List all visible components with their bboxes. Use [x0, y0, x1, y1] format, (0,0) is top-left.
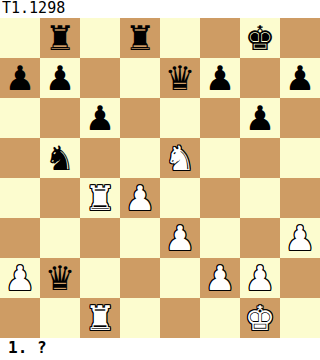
white-king: ♚ [245, 298, 275, 338]
square-f6[interactable] [200, 98, 240, 138]
square-e3[interactable]: ♟ [160, 218, 200, 258]
square-h2[interactable] [280, 258, 320, 298]
chess-puzzle-page: T1.1298 ♜♜♚♟♟♛♟♟♟♟♞♞♜♟♟♟♟♛♟♟♜♚ 1. ? [0, 0, 320, 360]
white-pawn: ♟ [205, 258, 235, 298]
square-e6[interactable] [160, 98, 200, 138]
square-e8[interactable] [160, 18, 200, 58]
square-f4[interactable] [200, 178, 240, 218]
square-e4[interactable] [160, 178, 200, 218]
puzzle-title: T1.1298 [0, 0, 320, 18]
square-g7[interactable] [240, 58, 280, 98]
black-king: ♚ [245, 18, 275, 58]
square-f8[interactable] [200, 18, 240, 58]
square-a3[interactable] [0, 218, 40, 258]
square-d6[interactable] [120, 98, 160, 138]
black-pawn: ♟ [45, 58, 75, 98]
square-c2[interactable] [80, 258, 120, 298]
square-c4[interactable]: ♜ [80, 178, 120, 218]
black-pawn: ♟ [285, 58, 315, 98]
square-a8[interactable] [0, 18, 40, 58]
square-b4[interactable] [40, 178, 80, 218]
square-e2[interactable] [160, 258, 200, 298]
square-d7[interactable] [120, 58, 160, 98]
square-h7[interactable]: ♟ [280, 58, 320, 98]
square-g4[interactable] [240, 178, 280, 218]
square-d3[interactable] [120, 218, 160, 258]
white-rook: ♜ [85, 298, 115, 338]
square-c5[interactable] [80, 138, 120, 178]
square-h4[interactable] [280, 178, 320, 218]
black-pawn: ♟ [205, 58, 235, 98]
square-a7[interactable]: ♟ [0, 58, 40, 98]
square-h6[interactable] [280, 98, 320, 138]
white-pawn: ♟ [285, 218, 315, 258]
white-pawn: ♟ [245, 258, 275, 298]
black-pawn: ♟ [245, 98, 275, 138]
square-f2[interactable]: ♟ [200, 258, 240, 298]
square-a1[interactable] [0, 298, 40, 338]
square-c7[interactable] [80, 58, 120, 98]
square-b2[interactable]: ♛ [40, 258, 80, 298]
square-f5[interactable] [200, 138, 240, 178]
square-f1[interactable] [200, 298, 240, 338]
square-d1[interactable] [120, 298, 160, 338]
square-g8[interactable]: ♚ [240, 18, 280, 58]
square-d2[interactable] [120, 258, 160, 298]
square-a6[interactable] [0, 98, 40, 138]
square-b3[interactable] [40, 218, 80, 258]
white-pawn: ♟ [5, 258, 35, 298]
square-h5[interactable] [280, 138, 320, 178]
white-rook: ♜ [85, 178, 115, 218]
square-h1[interactable] [280, 298, 320, 338]
black-knight: ♞ [45, 138, 75, 178]
square-b8[interactable]: ♜ [40, 18, 80, 58]
square-h3[interactable]: ♟ [280, 218, 320, 258]
white-knight: ♞ [165, 138, 195, 178]
square-d5[interactable] [120, 138, 160, 178]
square-g1[interactable]: ♚ [240, 298, 280, 338]
square-c3[interactable] [80, 218, 120, 258]
square-f7[interactable]: ♟ [200, 58, 240, 98]
square-a5[interactable] [0, 138, 40, 178]
square-e5[interactable]: ♞ [160, 138, 200, 178]
square-e1[interactable] [160, 298, 200, 338]
square-a4[interactable] [0, 178, 40, 218]
square-f3[interactable] [200, 218, 240, 258]
black-pawn: ♟ [85, 98, 115, 138]
move-prompt: 1. ? [0, 338, 320, 360]
square-g6[interactable]: ♟ [240, 98, 280, 138]
square-h8[interactable] [280, 18, 320, 58]
square-a2[interactable]: ♟ [0, 258, 40, 298]
square-g3[interactable] [240, 218, 280, 258]
square-g2[interactable]: ♟ [240, 258, 280, 298]
square-d4[interactable]: ♟ [120, 178, 160, 218]
black-rook: ♜ [125, 18, 155, 58]
square-e7[interactable]: ♛ [160, 58, 200, 98]
square-b6[interactable] [40, 98, 80, 138]
black-queen: ♛ [45, 258, 75, 298]
black-rook: ♜ [45, 18, 75, 58]
square-c8[interactable] [80, 18, 120, 58]
square-b7[interactable]: ♟ [40, 58, 80, 98]
square-g5[interactable] [240, 138, 280, 178]
white-pawn: ♟ [125, 178, 155, 218]
black-pawn: ♟ [5, 58, 35, 98]
square-b5[interactable]: ♞ [40, 138, 80, 178]
square-d8[interactable]: ♜ [120, 18, 160, 58]
chess-board: ♜♜♚♟♟♛♟♟♟♟♞♞♜♟♟♟♟♛♟♟♜♚ [0, 18, 320, 338]
square-c1[interactable]: ♜ [80, 298, 120, 338]
square-c6[interactable]: ♟ [80, 98, 120, 138]
square-b1[interactable] [40, 298, 80, 338]
white-pawn: ♟ [165, 218, 195, 258]
black-queen: ♛ [165, 58, 195, 98]
